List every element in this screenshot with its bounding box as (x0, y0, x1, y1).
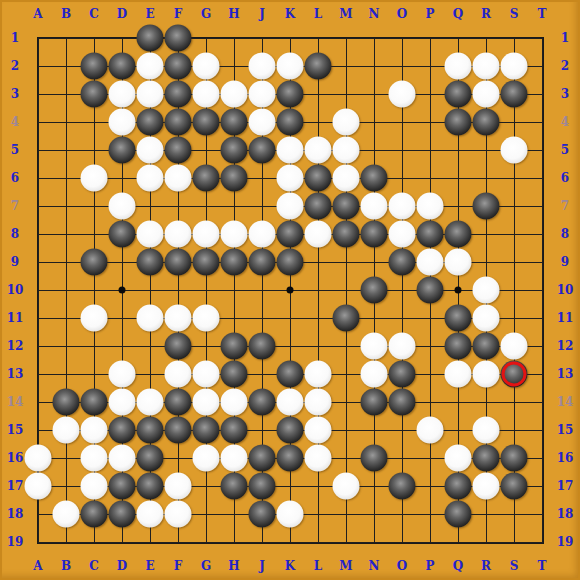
row-label-left: 18 (7, 507, 24, 521)
stone-white[interactable] (473, 473, 500, 500)
stone-white[interactable] (109, 389, 136, 416)
column-label-bottom: S (510, 559, 519, 573)
stone-black[interactable] (81, 81, 108, 108)
column-label-bottom: T (538, 559, 547, 573)
column-label-bottom: R (481, 559, 491, 573)
stone-white[interactable] (81, 445, 108, 472)
stone-black[interactable] (389, 249, 416, 276)
row-label-left: 9 (11, 255, 19, 269)
column-label-bottom: F (174, 559, 183, 573)
column-label-top: T (538, 7, 547, 21)
stone-black[interactable] (445, 333, 472, 360)
stone-black[interactable] (417, 277, 444, 304)
row-label-right: 6 (561, 171, 569, 185)
stone-black[interactable] (249, 445, 276, 472)
row-label-left: 15 (7, 423, 24, 437)
stone-white[interactable] (221, 389, 248, 416)
stone-white[interactable] (417, 417, 444, 444)
stone-black[interactable] (333, 193, 360, 220)
stone-white[interactable] (473, 277, 500, 304)
stone-white[interactable] (445, 53, 472, 80)
row-label-left: 2 (11, 59, 19, 73)
stone-black[interactable] (193, 109, 220, 136)
stone-white[interactable] (361, 193, 388, 220)
stone-white[interactable] (109, 109, 136, 136)
row-label-right: 13 (557, 367, 574, 381)
stone-black[interactable] (165, 137, 192, 164)
stone-white[interactable] (81, 305, 108, 332)
stone-black[interactable] (81, 53, 108, 80)
stone-white[interactable] (137, 221, 164, 248)
stone-black[interactable] (445, 221, 472, 248)
row-label-right: 1 (561, 31, 569, 45)
column-label-top: J (259, 7, 265, 21)
star-point (119, 287, 126, 294)
stone-white[interactable] (473, 305, 500, 332)
stone-white[interactable] (137, 501, 164, 528)
stone-white[interactable] (277, 165, 304, 192)
stone-white[interactable] (165, 165, 192, 192)
stone-black[interactable] (165, 249, 192, 276)
stone-black[interactable] (221, 361, 248, 388)
column-label-top: A (33, 7, 42, 21)
stone-white[interactable] (473, 361, 500, 388)
stone-white[interactable] (277, 501, 304, 528)
stone-white[interactable] (249, 221, 276, 248)
stone-white[interactable] (109, 445, 136, 472)
stone-black[interactable] (501, 361, 528, 388)
stone-black[interactable] (445, 305, 472, 332)
column-label-bottom: L (314, 559, 322, 573)
row-label-right: 11 (557, 311, 574, 325)
stone-black[interactable] (361, 389, 388, 416)
stone-white[interactable] (389, 81, 416, 108)
stone-black[interactable] (501, 445, 528, 472)
row-label-right: 14 (557, 395, 574, 409)
stone-white[interactable] (53, 501, 80, 528)
stone-white[interactable] (193, 81, 220, 108)
row-label-left: 4 (11, 115, 19, 129)
column-label-top: L (314, 7, 322, 21)
column-label-top: M (339, 7, 352, 21)
stone-black[interactable] (501, 81, 528, 108)
stone-white[interactable] (165, 305, 192, 332)
stone-black[interactable] (389, 361, 416, 388)
stone-black[interactable] (109, 473, 136, 500)
stone-black[interactable] (389, 389, 416, 416)
row-label-left: 6 (11, 171, 19, 185)
last-move-marker (502, 362, 527, 387)
stone-white[interactable] (193, 361, 220, 388)
stone-white[interactable] (473, 81, 500, 108)
stone-black[interactable] (277, 109, 304, 136)
stone-black[interactable] (221, 109, 248, 136)
stone-black[interactable] (81, 249, 108, 276)
row-label-left: 11 (7, 311, 24, 325)
column-label-top: R (481, 7, 491, 21)
row-label-left: 19 (7, 535, 24, 549)
stone-white[interactable] (389, 193, 416, 220)
stone-white[interactable] (137, 137, 164, 164)
row-label-left: 3 (11, 87, 19, 101)
stone-black[interactable] (277, 417, 304, 444)
stone-black[interactable] (501, 473, 528, 500)
stone-black[interactable] (249, 501, 276, 528)
stone-black[interactable] (305, 165, 332, 192)
row-label-left: 1 (11, 31, 19, 45)
column-label-top: C (89, 7, 99, 21)
stone-white[interactable] (445, 249, 472, 276)
grid-line (38, 542, 543, 543)
column-label-bottom: C (89, 559, 99, 573)
stone-black[interactable] (361, 165, 388, 192)
stone-white[interactable] (193, 53, 220, 80)
stone-black[interactable] (221, 417, 248, 444)
stone-black[interactable] (165, 25, 192, 52)
stone-white[interactable] (193, 445, 220, 472)
column-label-bottom: M (339, 559, 352, 573)
stone-black[interactable] (473, 333, 500, 360)
row-label-right: 3 (561, 87, 569, 101)
stone-white[interactable] (305, 137, 332, 164)
column-label-bottom: A (33, 559, 42, 573)
stone-white[interactable] (305, 221, 332, 248)
stone-black[interactable] (165, 333, 192, 360)
stone-black[interactable] (277, 81, 304, 108)
grid-line (542, 38, 543, 543)
stone-black[interactable] (277, 445, 304, 472)
stone-white[interactable] (165, 361, 192, 388)
stone-white[interactable] (165, 501, 192, 528)
stone-white[interactable] (277, 53, 304, 80)
stone-white[interactable] (53, 417, 80, 444)
stone-white[interactable] (137, 389, 164, 416)
stone-black[interactable] (109, 221, 136, 248)
stone-black[interactable] (193, 249, 220, 276)
row-label-left: 14 (7, 395, 24, 409)
row-label-right: 10 (557, 283, 574, 297)
row-label-right: 16 (557, 451, 574, 465)
stone-black[interactable] (165, 417, 192, 444)
row-label-right: 7 (561, 199, 569, 213)
stone-white[interactable] (501, 137, 528, 164)
stone-white[interactable] (305, 389, 332, 416)
stone-white[interactable] (81, 165, 108, 192)
row-label-right: 19 (557, 535, 574, 549)
stone-black[interactable] (249, 473, 276, 500)
column-label-top: K (285, 7, 295, 21)
stone-black[interactable] (165, 389, 192, 416)
stone-black[interactable] (81, 501, 108, 528)
stone-black[interactable] (445, 473, 472, 500)
stone-white[interactable] (137, 81, 164, 108)
stone-white[interactable] (333, 165, 360, 192)
stone-black[interactable] (165, 81, 192, 108)
column-label-bottom: K (285, 559, 295, 573)
stone-white[interactable] (305, 417, 332, 444)
row-label-right: 2 (561, 59, 569, 73)
stone-black[interactable] (165, 53, 192, 80)
column-label-top: S (510, 7, 519, 21)
stone-white[interactable] (109, 193, 136, 220)
stone-white[interactable] (109, 81, 136, 108)
stone-white[interactable] (277, 193, 304, 220)
stone-black[interactable] (137, 445, 164, 472)
stone-black[interactable] (137, 417, 164, 444)
column-label-top: P (425, 7, 434, 21)
stone-black[interactable] (193, 165, 220, 192)
row-label-right: 18 (557, 507, 574, 521)
stone-white[interactable] (389, 221, 416, 248)
row-label-left: 13 (7, 367, 24, 381)
stone-white[interactable] (361, 361, 388, 388)
star-point (287, 287, 294, 294)
column-label-bottom: B (61, 559, 71, 573)
grid-line (402, 38, 403, 543)
row-label-right: 15 (557, 423, 574, 437)
stone-black[interactable] (249, 137, 276, 164)
stone-black[interactable] (277, 221, 304, 248)
stone-black[interactable] (445, 501, 472, 528)
row-label-right: 4 (561, 115, 569, 129)
stone-white[interactable] (109, 361, 136, 388)
stone-black[interactable] (221, 333, 248, 360)
stone-black[interactable] (305, 193, 332, 220)
row-label-right: 12 (557, 339, 574, 353)
stone-black[interactable] (445, 109, 472, 136)
stone-white[interactable] (333, 473, 360, 500)
stone-black[interactable] (417, 221, 444, 248)
stone-black[interactable] (221, 249, 248, 276)
stone-white[interactable] (221, 81, 248, 108)
stone-black[interactable] (249, 389, 276, 416)
row-label-left: 7 (11, 199, 19, 213)
column-label-bottom: O (397, 559, 407, 573)
column-label-top: E (145, 7, 154, 21)
stone-black[interactable] (277, 249, 304, 276)
stone-white[interactable] (193, 221, 220, 248)
column-label-top: G (201, 7, 211, 21)
stone-white[interactable] (137, 305, 164, 332)
stone-white[interactable] (305, 361, 332, 388)
row-label-right: 8 (561, 227, 569, 241)
stone-white[interactable] (501, 53, 528, 80)
stone-white[interactable] (473, 417, 500, 444)
stone-white[interactable] (277, 137, 304, 164)
column-label-bottom: D (117, 559, 127, 573)
stone-black[interactable] (361, 277, 388, 304)
stone-white[interactable] (81, 473, 108, 500)
stone-black[interactable] (193, 417, 220, 444)
stone-black[interactable] (137, 25, 164, 52)
column-label-top: H (228, 7, 239, 21)
stone-white[interactable] (193, 389, 220, 416)
stone-black[interactable] (109, 501, 136, 528)
star-point (455, 287, 462, 294)
row-label-left: 10 (7, 283, 24, 297)
row-label-right: 9 (561, 255, 569, 269)
stone-black[interactable] (277, 361, 304, 388)
stone-white[interactable] (249, 109, 276, 136)
row-label-left: 8 (11, 227, 19, 241)
stone-white[interactable] (361, 333, 388, 360)
stone-black[interactable] (445, 81, 472, 108)
go-board-frame: AA11BB22CC33DD44EE55FF66GG77HH88JJ99KK10… (0, 0, 580, 580)
row-label-right: 5 (561, 143, 569, 157)
stone-white[interactable] (389, 333, 416, 360)
column-label-top: Q (453, 7, 463, 21)
stone-black[interactable] (137, 249, 164, 276)
stone-black[interactable] (361, 221, 388, 248)
row-label-left: 5 (11, 143, 19, 157)
stone-white[interactable] (445, 361, 472, 388)
row-label-left: 12 (7, 339, 24, 353)
stone-white[interactable] (137, 165, 164, 192)
stone-black[interactable] (137, 473, 164, 500)
column-label-bottom: J (259, 559, 265, 573)
stone-black[interactable] (333, 305, 360, 332)
column-label-bottom: P (425, 559, 434, 573)
row-label-left: 17 (7, 479, 24, 493)
column-label-top: O (397, 7, 407, 21)
stone-black[interactable] (333, 221, 360, 248)
stone-black[interactable] (249, 249, 276, 276)
column-label-top: B (61, 7, 71, 21)
column-label-bottom: H (228, 559, 239, 573)
column-label-top: N (369, 7, 380, 21)
stone-black[interactable] (53, 389, 80, 416)
stone-white[interactable] (249, 81, 276, 108)
stone-black[interactable] (137, 109, 164, 136)
stone-white[interactable] (305, 445, 332, 472)
stone-white[interactable] (165, 473, 192, 500)
column-label-bottom: Q (453, 559, 463, 573)
column-label-bottom: N (369, 559, 380, 573)
column-label-top: F (174, 7, 183, 21)
stone-black[interactable] (389, 473, 416, 500)
stone-white[interactable] (333, 137, 360, 164)
stone-black[interactable] (109, 137, 136, 164)
stone-black[interactable] (473, 109, 500, 136)
stone-white[interactable] (165, 221, 192, 248)
stone-black[interactable] (473, 445, 500, 472)
stone-black[interactable] (81, 389, 108, 416)
column-label-bottom: G (201, 559, 211, 573)
stone-white[interactable] (137, 53, 164, 80)
stone-white[interactable] (221, 221, 248, 248)
stone-black[interactable] (109, 417, 136, 444)
row-label-left: 16 (7, 451, 24, 465)
stone-black[interactable] (305, 53, 332, 80)
stone-white[interactable] (277, 389, 304, 416)
stone-white[interactable] (221, 445, 248, 472)
stone-white[interactable] (417, 249, 444, 276)
stone-black[interactable] (165, 109, 192, 136)
stone-white[interactable] (445, 445, 472, 472)
stone-black[interactable] (473, 193, 500, 220)
stone-black[interactable] (249, 333, 276, 360)
stone-white[interactable] (249, 53, 276, 80)
stone-black[interactable] (221, 165, 248, 192)
stone-black[interactable] (221, 473, 248, 500)
row-label-right: 17 (557, 479, 574, 493)
stone-white[interactable] (193, 305, 220, 332)
stone-white[interactable] (333, 109, 360, 136)
stone-white[interactable] (417, 193, 444, 220)
stone-black[interactable] (221, 137, 248, 164)
stone-white[interactable] (473, 53, 500, 80)
stone-black[interactable] (361, 445, 388, 472)
column-label-top: D (117, 7, 127, 21)
stone-white[interactable] (25, 473, 52, 500)
stone-black[interactable] (109, 53, 136, 80)
stone-white[interactable] (25, 445, 52, 472)
stone-white[interactable] (81, 417, 108, 444)
column-label-bottom: E (145, 559, 154, 573)
stone-white[interactable] (501, 333, 528, 360)
